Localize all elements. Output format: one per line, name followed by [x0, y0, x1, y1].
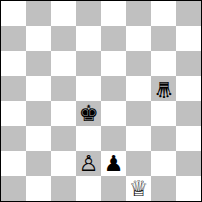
- square-d8[interactable]: [76, 1, 101, 26]
- square-a5[interactable]: [1, 76, 26, 101]
- square-h8[interactable]: [176, 1, 201, 26]
- square-e1[interactable]: [101, 176, 126, 201]
- square-c1[interactable]: [51, 176, 76, 201]
- square-f4[interactable]: [126, 101, 151, 126]
- square-d4[interactable]: ♚: [76, 101, 101, 126]
- square-d2[interactable]: ♙: [76, 151, 101, 176]
- square-d1[interactable]: [76, 176, 101, 201]
- black-pawn-piece: ♟: [104, 153, 124, 175]
- square-e8[interactable]: [101, 1, 126, 26]
- square-a6[interactable]: [1, 51, 26, 76]
- square-a2[interactable]: [1, 151, 26, 176]
- square-f6[interactable]: [126, 51, 151, 76]
- square-d3[interactable]: [76, 126, 101, 151]
- square-b6[interactable]: [26, 51, 51, 76]
- square-c2[interactable]: [51, 151, 76, 176]
- square-e2[interactable]: ♟: [101, 151, 126, 176]
- square-b7[interactable]: [26, 26, 51, 51]
- square-c6[interactable]: [51, 51, 76, 76]
- square-e3[interactable]: [101, 126, 126, 151]
- square-f5[interactable]: [126, 76, 151, 101]
- square-f3[interactable]: [126, 126, 151, 151]
- square-f8[interactable]: [126, 1, 151, 26]
- square-c8[interactable]: [51, 1, 76, 26]
- square-g8[interactable]: [151, 1, 176, 26]
- square-b5[interactable]: [26, 76, 51, 101]
- square-d6[interactable]: [76, 51, 101, 76]
- black-grasshopper-inverted-queen-piece: ♛: [154, 78, 174, 100]
- square-e7[interactable]: [101, 26, 126, 51]
- chess-diagram: ♛♚♙♟♕: [0, 0, 202, 202]
- square-f2[interactable]: [126, 151, 151, 176]
- white-queen-piece: ♕: [129, 178, 149, 200]
- square-g7[interactable]: [151, 26, 176, 51]
- square-c3[interactable]: [51, 126, 76, 151]
- square-f1[interactable]: ♕: [126, 176, 151, 201]
- square-a7[interactable]: [1, 26, 26, 51]
- square-h7[interactable]: [176, 26, 201, 51]
- square-a8[interactable]: [1, 1, 26, 26]
- square-h3[interactable]: [176, 126, 201, 151]
- square-d7[interactable]: [76, 26, 101, 51]
- white-pawn-piece: ♙: [79, 153, 99, 175]
- square-a1[interactable]: [1, 176, 26, 201]
- square-b3[interactable]: [26, 126, 51, 151]
- square-a4[interactable]: [1, 101, 26, 126]
- square-e5[interactable]: [101, 76, 126, 101]
- square-c4[interactable]: [51, 101, 76, 126]
- square-g4[interactable]: [151, 101, 176, 126]
- square-e6[interactable]: [101, 51, 126, 76]
- square-g5[interactable]: ♛: [151, 76, 176, 101]
- square-g2[interactable]: [151, 151, 176, 176]
- square-d5[interactable]: [76, 76, 101, 101]
- square-g1[interactable]: [151, 176, 176, 201]
- square-h6[interactable]: [176, 51, 201, 76]
- square-h1[interactable]: [176, 176, 201, 201]
- chess-board-grid: ♛♚♙♟♕: [0, 0, 202, 202]
- square-b8[interactable]: [26, 1, 51, 26]
- square-b2[interactable]: [26, 151, 51, 176]
- square-g6[interactable]: [151, 51, 176, 76]
- square-a3[interactable]: [1, 126, 26, 151]
- square-h2[interactable]: [176, 151, 201, 176]
- square-h4[interactable]: [176, 101, 201, 126]
- square-g3[interactable]: [151, 126, 176, 151]
- square-b1[interactable]: [26, 176, 51, 201]
- square-b4[interactable]: [26, 101, 51, 126]
- square-f7[interactable]: [126, 26, 151, 51]
- square-e4[interactable]: [101, 101, 126, 126]
- square-h5[interactable]: [176, 76, 201, 101]
- black-king-piece: ♚: [79, 103, 99, 125]
- square-c7[interactable]: [51, 26, 76, 51]
- square-c5[interactable]: [51, 76, 76, 101]
